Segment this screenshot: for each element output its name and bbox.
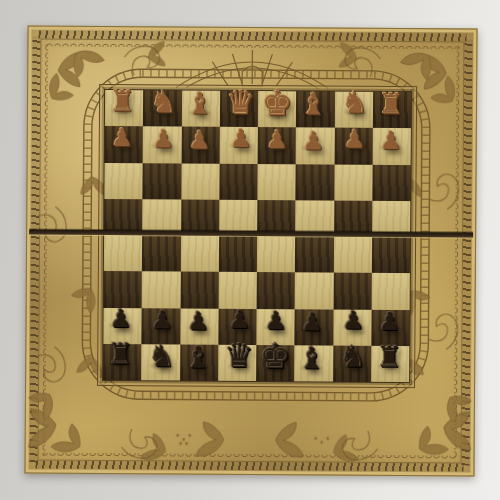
square-r3c5 <box>257 164 296 201</box>
black-bishop: ♝ <box>184 342 211 372</box>
square-r8c6: ♝ <box>294 345 333 382</box>
square-r3c8 <box>372 164 411 201</box>
white-pawn: ♟ <box>343 127 366 152</box>
square-r2c6: ♟ <box>296 128 335 165</box>
square-r3c7 <box>334 164 373 201</box>
square-r6c7 <box>333 273 372 310</box>
white-pawn: ♟ <box>111 125 134 150</box>
black-knight: ♞ <box>339 341 366 371</box>
square-r3c3 <box>181 163 220 200</box>
square-r1c8: ♜ <box>373 92 412 129</box>
white-rook: ♜ <box>109 87 135 116</box>
white-pawn: ♟ <box>302 128 325 153</box>
square-r3c1 <box>104 162 143 199</box>
black-pawn: ♟ <box>301 309 324 334</box>
square-r2c8: ♟ <box>372 128 411 165</box>
black-pawn: ♟ <box>378 309 401 334</box>
white-knight: ♞ <box>341 88 368 118</box>
square-r8c5: ♚ <box>256 345 295 382</box>
white-rook: ♜ <box>378 90 404 119</box>
black-king: ♚ <box>260 339 292 374</box>
square-r1c2: ♞ <box>143 90 182 127</box>
square-r8c8: ♜ <box>371 346 410 383</box>
white-bishop: ♝ <box>186 89 213 119</box>
square-r6c8 <box>371 273 410 310</box>
square-r6c6 <box>295 273 334 310</box>
square-r5c2 <box>142 235 181 272</box>
square-r1c7: ♞ <box>334 92 373 129</box>
square-r2c2: ♟ <box>143 126 182 163</box>
square-r8c7: ♞ <box>333 345 372 382</box>
square-r3c2 <box>143 163 182 200</box>
photo-backdrop: ♜♞♝♛♚♝♞♜♟♟♟♟♟♟♟♟♟♟♟♟♟♟♟♟♜♞♝♛♚♝♞♜ <box>0 0 500 500</box>
square-r6c2 <box>142 271 181 308</box>
square-r1c1: ♜ <box>105 90 144 127</box>
black-rook: ♜ <box>107 340 133 369</box>
white-queen: ♛ <box>226 85 256 118</box>
white-pawn: ♟ <box>379 128 402 153</box>
square-r1c3: ♝ <box>181 91 220 128</box>
square-r8c3: ♝ <box>180 344 219 381</box>
black-pawn: ♟ <box>342 308 365 333</box>
white-pawn: ♟ <box>266 127 289 152</box>
square-r8c4: ♛ <box>218 345 257 382</box>
square-r5c4 <box>219 236 258 273</box>
black-bishop: ♝ <box>298 343 325 373</box>
square-r8c2: ♞ <box>141 344 180 381</box>
square-r2c3: ♟ <box>181 127 220 164</box>
square-r5c5 <box>257 236 296 273</box>
square-r5c3 <box>180 236 219 273</box>
black-knight: ♞ <box>148 341 175 371</box>
square-r5c1 <box>104 235 143 272</box>
square-r5c7 <box>333 237 372 274</box>
square-r2c5: ♟ <box>258 127 297 164</box>
square-r1c6: ♝ <box>296 91 335 128</box>
square-r2c1: ♟ <box>105 126 144 163</box>
square-r3c6 <box>296 164 335 201</box>
square-r5c6 <box>295 236 334 273</box>
square-r6c4 <box>218 272 257 309</box>
white-knight: ♞ <box>150 87 177 117</box>
white-pawn: ♟ <box>229 126 252 151</box>
black-pawn: ♟ <box>151 307 174 332</box>
black-rook: ♜ <box>376 343 402 372</box>
square-r2c7: ♟ <box>334 128 373 165</box>
square-r2c4: ♟ <box>219 127 258 164</box>
square-r1c4: ♛ <box>220 91 259 128</box>
white-pawn: ♟ <box>188 127 211 152</box>
black-queen: ♛ <box>224 339 254 372</box>
black-pawn: ♟ <box>228 307 251 332</box>
square-r6c3 <box>180 272 219 309</box>
black-pawn: ♟ <box>187 309 210 334</box>
white-bishop: ♝ <box>300 89 327 119</box>
white-pawn: ♟ <box>152 126 175 151</box>
square-r6c1 <box>104 271 143 308</box>
chess-board-box: ♜♞♝♛♚♝♞♜♟♟♟♟♟♟♟♟♟♟♟♟♟♟♟♟♜♞♝♛♚♝♞♜ <box>24 25 477 476</box>
square-r1c5: ♚ <box>258 91 297 128</box>
black-pawn: ♟ <box>109 306 132 331</box>
square-r8c1: ♜ <box>103 344 142 381</box>
white-king: ♚ <box>261 86 293 121</box>
black-pawn: ♟ <box>264 308 287 333</box>
square-r3c4 <box>219 163 258 200</box>
square-r5c8 <box>372 237 411 274</box>
square-r6c5 <box>257 272 296 309</box>
